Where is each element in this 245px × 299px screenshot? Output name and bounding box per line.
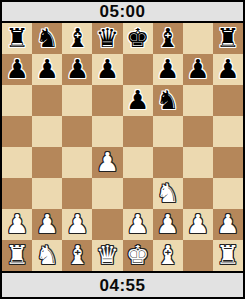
white-pawn[interactable]: ♟ [216, 211, 239, 237]
square-f3[interactable]: ♞ [153, 178, 183, 209]
black-pawn[interactable]: ♟ [66, 56, 89, 82]
square-d8[interactable]: ♛ [92, 23, 122, 54]
square-c6[interactable] [62, 85, 92, 116]
white-pawn[interactable]: ♟ [66, 211, 89, 237]
square-d7[interactable]: ♟ [92, 54, 122, 85]
black-pawn[interactable]: ♟ [96, 56, 119, 82]
square-c2[interactable]: ♟ [62, 209, 92, 240]
white-pawn[interactable]: ♟ [126, 211, 149, 237]
square-e2[interactable]: ♟ [123, 209, 153, 240]
square-f4[interactable] [153, 147, 183, 178]
black-bishop[interactable]: ♝ [156, 25, 179, 51]
square-a1[interactable]: ♜ [2, 240, 32, 271]
square-e7[interactable] [123, 54, 153, 85]
square-b6[interactable] [32, 85, 62, 116]
square-a4[interactable] [2, 147, 32, 178]
square-h8[interactable]: ♜ [213, 23, 243, 54]
square-g4[interactable] [183, 147, 213, 178]
black-clock: 05:00 [2, 2, 243, 23]
square-h2[interactable]: ♟ [213, 209, 243, 240]
white-clock: 04:55 [2, 271, 243, 297]
black-pawn[interactable]: ♟ [156, 56, 179, 82]
square-g6[interactable] [183, 85, 213, 116]
square-d6[interactable] [92, 85, 122, 116]
square-b2[interactable]: ♟ [32, 209, 62, 240]
black-knight[interactable]: ♞ [156, 87, 179, 113]
square-g3[interactable] [183, 178, 213, 209]
square-h7[interactable]: ♟ [213, 54, 243, 85]
square-b7[interactable]: ♟ [32, 54, 62, 85]
chess-game-window: 05:00 ♜♞♝♛♚♝♜♟♟♟♟♟♟♟♟♞♟♞♟♟♟♟♟♟♟♜♞♝♛♚♝♜ 0… [0, 0, 245, 299]
white-bishop[interactable]: ♝ [66, 242, 89, 268]
square-e6[interactable]: ♟ [123, 85, 153, 116]
square-f6[interactable]: ♞ [153, 85, 183, 116]
square-h3[interactable] [213, 178, 243, 209]
white-pawn[interactable]: ♟ [5, 211, 28, 237]
square-b3[interactable] [32, 178, 62, 209]
square-a6[interactable] [2, 85, 32, 116]
black-rook[interactable]: ♜ [216, 25, 239, 51]
square-h6[interactable] [213, 85, 243, 116]
square-d3[interactable] [92, 178, 122, 209]
square-c7[interactable]: ♟ [62, 54, 92, 85]
square-a8[interactable]: ♜ [2, 23, 32, 54]
square-g7[interactable]: ♟ [183, 54, 213, 85]
white-pawn[interactable]: ♟ [96, 149, 119, 175]
chess-board[interactable]: ♜♞♝♛♚♝♜♟♟♟♟♟♟♟♟♞♟♞♟♟♟♟♟♟♟♜♞♝♛♚♝♜ [2, 23, 243, 271]
white-bishop[interactable]: ♝ [156, 242, 179, 268]
square-g1[interactable] [183, 240, 213, 271]
black-clock-time: 05:00 [100, 3, 146, 20]
black-bishop[interactable]: ♝ [66, 25, 89, 51]
square-f8[interactable]: ♝ [153, 23, 183, 54]
square-f1[interactable]: ♝ [153, 240, 183, 271]
square-h4[interactable] [213, 147, 243, 178]
white-queen[interactable]: ♛ [96, 242, 119, 268]
square-h5[interactable] [213, 116, 243, 147]
square-d1[interactable]: ♛ [92, 240, 122, 271]
square-c1[interactable]: ♝ [62, 240, 92, 271]
white-pawn[interactable]: ♟ [156, 211, 179, 237]
square-b1[interactable]: ♞ [32, 240, 62, 271]
white-knight[interactable]: ♞ [36, 242, 59, 268]
square-g5[interactable] [183, 116, 213, 147]
square-g8[interactable] [183, 23, 213, 54]
square-c5[interactable] [62, 116, 92, 147]
black-rook[interactable]: ♜ [5, 25, 28, 51]
white-pawn[interactable]: ♟ [186, 211, 209, 237]
square-g2[interactable]: ♟ [183, 209, 213, 240]
white-clock-time: 04:55 [100, 277, 146, 294]
square-a5[interactable] [2, 116, 32, 147]
square-e4[interactable] [123, 147, 153, 178]
square-b8[interactable]: ♞ [32, 23, 62, 54]
square-f7[interactable]: ♟ [153, 54, 183, 85]
square-f2[interactable]: ♟ [153, 209, 183, 240]
white-knight[interactable]: ♞ [156, 180, 179, 206]
square-h1[interactable]: ♜ [213, 240, 243, 271]
square-e1[interactable]: ♚ [123, 240, 153, 271]
black-pawn[interactable]: ♟ [5, 56, 28, 82]
black-king[interactable]: ♚ [126, 25, 149, 51]
square-d5[interactable] [92, 116, 122, 147]
square-d2[interactable] [92, 209, 122, 240]
square-a2[interactable]: ♟ [2, 209, 32, 240]
square-e3[interactable] [123, 178, 153, 209]
black-pawn[interactable]: ♟ [126, 87, 149, 113]
black-pawn[interactable]: ♟ [186, 56, 209, 82]
square-e8[interactable]: ♚ [123, 23, 153, 54]
white-pawn[interactable]: ♟ [36, 211, 59, 237]
black-pawn[interactable]: ♟ [216, 56, 239, 82]
square-d4[interactable]: ♟ [92, 147, 122, 178]
black-queen[interactable]: ♛ [96, 25, 119, 51]
white-rook[interactable]: ♜ [216, 242, 239, 268]
square-a3[interactable] [2, 178, 32, 209]
square-a7[interactable]: ♟ [2, 54, 32, 85]
square-c8[interactable]: ♝ [62, 23, 92, 54]
black-knight[interactable]: ♞ [36, 25, 59, 51]
square-c3[interactable] [62, 178, 92, 209]
square-b5[interactable] [32, 116, 62, 147]
square-e5[interactable] [123, 116, 153, 147]
square-c4[interactable] [62, 147, 92, 178]
white-king[interactable]: ♚ [126, 242, 149, 268]
white-rook[interactable]: ♜ [5, 242, 28, 268]
square-f5[interactable] [153, 116, 183, 147]
square-b4[interactable] [32, 147, 62, 178]
black-pawn[interactable]: ♟ [36, 56, 59, 82]
